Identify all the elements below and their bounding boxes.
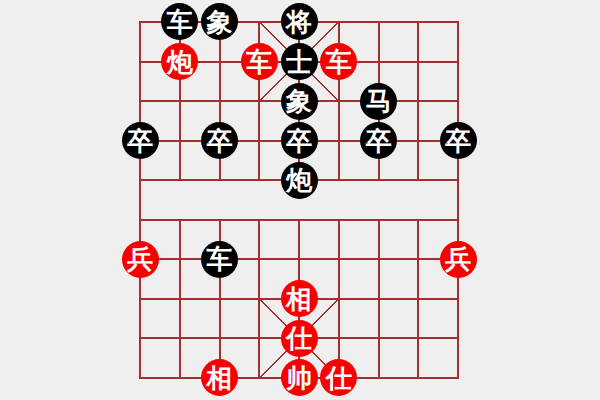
board-point[interactable]: 帅 [279,358,319,398]
black-chariot[interactable]: 车 [201,241,238,278]
board-point[interactable]: 卒 [120,121,160,161]
board-point[interactable] [319,240,359,280]
board-point[interactable] [239,240,279,280]
board-point[interactable]: 象 [200,2,240,42]
board-point[interactable] [398,81,438,121]
board-point[interactable] [239,121,279,161]
board-point[interactable] [398,319,438,359]
board-point[interactable] [200,200,240,240]
board-point[interactable] [398,2,438,42]
black-elephant[interactable]: 象 [201,3,238,40]
board-point[interactable] [160,160,200,200]
board-point[interactable] [398,160,438,200]
red-cannon[interactable]: 炮 [161,43,198,80]
board-point[interactable] [319,2,359,42]
xiangqi-app: 车象将炮车士车象马卒卒卒卒卒炮兵车兵相仕相帅仕 [0,0,600,400]
board-point[interactable] [319,121,359,161]
board-point[interactable] [239,81,279,121]
red-elephant[interactable]: 相 [201,359,238,396]
black-soldier[interactable]: 卒 [201,122,238,159]
board-point[interactable] [319,200,359,240]
board-point[interactable] [359,319,399,359]
board-point[interactable] [239,358,279,398]
board-point[interactable] [438,2,478,42]
black-soldier[interactable]: 卒 [360,122,397,159]
board-point[interactable]: 卒 [200,121,240,161]
board-point[interactable] [200,319,240,359]
board-point[interactable] [398,240,438,280]
board-point[interactable] [239,160,279,200]
board-point[interactable] [120,358,160,398]
board-point[interactable]: 仕 [319,358,359,398]
board-grid: 车象将炮车士车象马卒卒卒卒卒炮兵车兵相仕相帅仕 [120,2,478,398]
black-horse[interactable]: 马 [360,83,397,120]
board-point[interactable]: 卒 [438,121,478,161]
board-point[interactable] [279,240,319,280]
red-chariot[interactable]: 车 [320,43,357,80]
board-point[interactable]: 相 [279,279,319,319]
board-point[interactable]: 兵 [438,240,478,280]
red-elephant[interactable]: 相 [281,280,318,317]
board-point[interactable]: 炮 [279,160,319,200]
black-cannon[interactable]: 炮 [281,162,318,199]
board-point[interactable] [359,279,399,319]
board-point[interactable] [359,240,399,280]
board-point[interactable] [120,160,160,200]
board-point[interactable] [438,279,478,319]
black-advisor[interactable]: 士 [281,43,318,80]
board-point[interactable] [359,358,399,398]
board-point[interactable] [239,200,279,240]
board-point[interactable]: 车 [239,42,279,82]
board-point[interactable] [359,160,399,200]
board-point[interactable]: 兵 [120,240,160,280]
black-elephant[interactable]: 象 [281,83,318,120]
board-point[interactable] [120,319,160,359]
board-point[interactable] [239,279,279,319]
board-point[interactable]: 卒 [279,121,319,161]
board-point[interactable]: 马 [359,81,399,121]
black-soldier[interactable]: 卒 [122,122,159,159]
board-point[interactable] [200,279,240,319]
red-advisor[interactable]: 仕 [281,320,318,357]
board-point[interactable] [398,121,438,161]
board-point[interactable]: 卒 [359,121,399,161]
board-point[interactable]: 象 [279,81,319,121]
board-point[interactable] [438,200,478,240]
board-point[interactable] [200,81,240,121]
board-point[interactable]: 车 [200,240,240,280]
board-point[interactable] [160,279,200,319]
red-advisor[interactable]: 仕 [320,359,357,396]
board-point[interactable]: 炮 [160,42,200,82]
red-soldier[interactable]: 兵 [440,241,477,278]
board-point[interactable] [120,279,160,319]
board-point[interactable]: 相 [200,358,240,398]
board-point[interactable] [398,42,438,82]
board-point[interactable] [398,279,438,319]
board-point[interactable] [160,121,200,161]
board-point[interactable] [359,42,399,82]
black-chariot[interactable]: 车 [161,3,198,40]
board-point[interactable] [120,200,160,240]
board-point[interactable] [438,160,478,200]
board-point[interactable] [359,2,399,42]
board-point[interactable] [319,81,359,121]
board-point[interactable] [160,200,200,240]
board-point[interactable] [438,42,478,82]
black-soldier[interactable]: 卒 [440,122,477,159]
board-point[interactable] [120,2,160,42]
board-point[interactable] [438,319,478,359]
board-point[interactable]: 仕 [279,319,319,359]
board-point[interactable] [120,42,160,82]
board-point[interactable] [160,240,200,280]
board-point[interactable] [398,200,438,240]
board-point[interactable]: 车 [160,2,200,42]
black-general[interactable]: 将 [281,3,318,40]
board-point[interactable] [160,319,200,359]
board-point[interactable] [279,200,319,240]
board-point[interactable]: 将 [279,2,319,42]
board-point[interactable] [200,42,240,82]
board-point[interactable] [438,81,478,121]
board-point[interactable] [200,160,240,200]
board-point[interactable] [319,319,359,359]
red-chariot[interactable]: 车 [241,43,278,80]
red-soldier[interactable]: 兵 [122,241,159,278]
board-point[interactable] [438,358,478,398]
board-point[interactable] [359,200,399,240]
board-point[interactable] [160,358,200,398]
board-point[interactable] [319,160,359,200]
board-point[interactable] [239,319,279,359]
board-point[interactable] [239,2,279,42]
board-point[interactable] [398,358,438,398]
board-point[interactable] [160,81,200,121]
board-point[interactable]: 车 [319,42,359,82]
red-general[interactable]: 帅 [281,359,318,396]
board-point[interactable] [319,279,359,319]
black-soldier[interactable]: 卒 [281,122,318,159]
board-point[interactable]: 士 [279,42,319,82]
board-point[interactable] [120,81,160,121]
